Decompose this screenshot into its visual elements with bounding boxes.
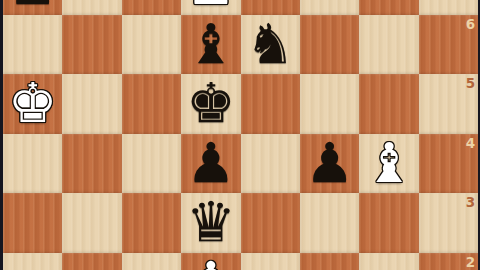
square-a6[interactable] — [3, 15, 62, 74]
square-h5[interactable]: 5 — [419, 74, 478, 133]
square-f3[interactable] — [300, 193, 359, 252]
square-f7[interactable] — [300, 0, 359, 15]
square-b4[interactable] — [62, 134, 121, 193]
chess-board[interactable]: 8♟♟7♝♞6♚♚5♟♟♝4♛3♟21 — [3, 0, 478, 270]
square-e5[interactable] — [241, 74, 300, 133]
rank-label-3: 3 — [466, 194, 475, 210]
square-h2[interactable]: 2 — [419, 253, 478, 270]
square-g2[interactable] — [359, 253, 418, 270]
piece-white-pawn-d2[interactable]: ♟ — [181, 253, 240, 270]
square-a7[interactable]: ♟ — [3, 0, 62, 15]
square-b5[interactable] — [62, 74, 121, 133]
square-g3[interactable] — [359, 193, 418, 252]
piece-white-king-a5[interactable]: ♚ — [3, 74, 62, 133]
square-d3[interactable]: ♛ — [181, 193, 240, 252]
square-f6[interactable] — [300, 15, 359, 74]
square-c6[interactable] — [122, 15, 181, 74]
piece-black-knight-e6[interactable]: ♞ — [241, 15, 300, 74]
square-d4[interactable]: ♟ — [181, 134, 240, 193]
square-b6[interactable] — [62, 15, 121, 74]
square-c2[interactable] — [122, 253, 181, 270]
piece-black-bishop-d6[interactable]: ♝ — [181, 15, 240, 74]
square-g5[interactable] — [359, 74, 418, 133]
rank-label-2: 2 — [466, 254, 475, 270]
square-f2[interactable] — [300, 253, 359, 270]
square-e3[interactable] — [241, 193, 300, 252]
square-h7[interactable]: 7 — [419, 0, 478, 15]
square-a2[interactable] — [3, 253, 62, 270]
square-h4[interactable]: 4 — [419, 134, 478, 193]
square-d2[interactable]: ♟ — [181, 253, 240, 270]
square-a3[interactable] — [3, 193, 62, 252]
square-e6[interactable]: ♞ — [241, 15, 300, 74]
square-c7[interactable] — [122, 0, 181, 15]
piece-black-pawn-a7[interactable]: ♟ — [3, 0, 62, 15]
rank-label-4: 4 — [466, 135, 475, 151]
square-f5[interactable] — [300, 74, 359, 133]
rank-label-6: 6 — [466, 16, 475, 32]
square-c4[interactable] — [122, 134, 181, 193]
letterbox-bar-left — [0, 0, 3, 270]
square-a5[interactable]: ♚ — [3, 74, 62, 133]
square-e4[interactable] — [241, 134, 300, 193]
square-c5[interactable] — [122, 74, 181, 133]
square-g6[interactable] — [359, 15, 418, 74]
piece-black-king-d5[interactable]: ♚ — [181, 74, 240, 133]
square-f4[interactable]: ♟ — [300, 134, 359, 193]
piece-white-bishop-g4[interactable]: ♝ — [359, 134, 418, 193]
video-frame: 8♟♟7♝♞6♚♚5♟♟♝4♛3♟21 — [0, 0, 480, 270]
square-e2[interactable] — [241, 253, 300, 270]
square-g7[interactable] — [359, 0, 418, 15]
square-b2[interactable] — [62, 253, 121, 270]
piece-black-pawn-f4[interactable]: ♟ — [300, 134, 359, 193]
square-d5[interactable]: ♚ — [181, 74, 240, 133]
square-b3[interactable] — [62, 193, 121, 252]
square-c3[interactable] — [122, 193, 181, 252]
square-a4[interactable] — [3, 134, 62, 193]
square-g4[interactable]: ♝ — [359, 134, 418, 193]
piece-black-queen-d3[interactable]: ♛ — [181, 193, 240, 252]
square-h6[interactable]: 6 — [419, 15, 478, 74]
square-d6[interactable]: ♝ — [181, 15, 240, 74]
square-h3[interactable]: 3 — [419, 193, 478, 252]
rank-label-5: 5 — [466, 75, 475, 91]
piece-black-pawn-d4[interactable]: ♟ — [181, 134, 240, 193]
square-b7[interactable] — [62, 0, 121, 15]
